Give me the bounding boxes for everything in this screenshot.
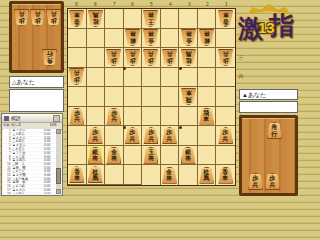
square-6-四[interactable]: [124, 68, 143, 88]
square-1-四[interactable]: [216, 68, 235, 88]
file-coordinates: 987654321: [67, 0, 236, 8]
file-label-3: 3: [182, 1, 197, 7]
square-2-二[interactable]: 銀将: [198, 29, 217, 49]
square-9-三[interactable]: [68, 48, 87, 68]
square-5-八[interactable]: 玉将: [142, 146, 161, 166]
sente-player-label: ▲あなた: [239, 89, 298, 100]
kifu-scrollbar[interactable]: [56, 129, 61, 194]
square-3-四[interactable]: [179, 68, 198, 88]
square-9-九[interactable]: 香車: [68, 165, 87, 185]
square-7-六[interactable]: 歩兵: [105, 107, 124, 127]
file-label-8: 8: [88, 1, 103, 7]
gote-hand-piece-歩[interactable]: 歩兵: [14, 9, 29, 26]
gote-hand-slot-1: 歩兵: [14, 9, 29, 26]
sente-hand-piece-角[interactable]: 角行: [267, 122, 282, 139]
square-5-七[interactable]: 歩兵: [142, 126, 161, 146]
piece-銀-2-2[interactable]: 銀将: [199, 29, 214, 46]
kifu-cell-km-18: △９四歩: [12, 193, 44, 194]
square-4-八[interactable]: [161, 146, 180, 166]
square-3-九[interactable]: [179, 165, 198, 185]
piece-銀-8-8[interactable]: 銀将: [88, 147, 103, 164]
kifu-row-18[interactable]: 18△９四歩0:00: [3, 193, 56, 194]
piece-飛-2-6[interactable]: 飛車: [199, 108, 214, 125]
square-8-五[interactable]: [87, 87, 106, 107]
hoshi-point-3: [123, 126, 126, 129]
piece-桂-3-3[interactable]: 桂馬: [181, 49, 196, 66]
piece-飛-3-5[interactable]: 飛車: [181, 88, 196, 105]
sente-hand-slot-1: 角行: [267, 122, 282, 139]
shogi-board-frame: 香車桂馬王将香車銀将金将金将銀将歩兵歩兵歩兵歩兵桂馬歩兵歩兵飛車歩兵歩兵飛車歩兵…: [67, 8, 236, 186]
piece-歩-6-3[interactable]: 歩兵: [125, 49, 140, 66]
square-5-二[interactable]: 金将: [142, 29, 161, 49]
piece-王-5-1[interactable]: 王将: [143, 10, 158, 27]
square-5-五[interactable]: [142, 87, 161, 107]
piece-桂-8-1[interactable]: 桂馬: [88, 10, 103, 27]
scrollbar-down-arrow[interactable]: [56, 189, 61, 194]
square-4-六[interactable]: [161, 107, 180, 127]
scrollbar-thumb[interactable]: [56, 168, 61, 184]
square-8-八[interactable]: 銀将: [87, 146, 106, 166]
square-2-八[interactable]: [198, 146, 217, 166]
square-2-四[interactable]: [198, 68, 217, 88]
sente-info-box: [239, 101, 298, 113]
square-3-五[interactable]: 飛車: [179, 87, 198, 107]
square-4-一[interactable]: [161, 9, 180, 29]
rank-label-四: 四: [238, 69, 244, 85]
piece-歩-7-3[interactable]: 歩兵: [106, 49, 121, 66]
square-7-四[interactable]: [105, 68, 124, 88]
square-4-三[interactable]: 歩兵: [161, 48, 180, 68]
square-2-七[interactable]: [198, 126, 217, 146]
square-9-四[interactable]: 歩兵: [68, 68, 87, 88]
square-3-七[interactable]: [179, 126, 198, 146]
square-7-三[interactable]: 歩兵: [105, 48, 124, 68]
square-4-二[interactable]: [161, 29, 180, 49]
kifu-cell-kn-8: 8: [3, 155, 12, 158]
square-6-七[interactable]: 歩兵: [124, 126, 143, 146]
square-8-一[interactable]: 桂馬: [87, 9, 106, 29]
gote-info-box: [9, 89, 64, 112]
square-6-八[interactable]: [124, 146, 143, 166]
piece-金-5-2[interactable]: 金将: [143, 29, 158, 46]
square-2-六[interactable]: 飛車: [198, 107, 217, 127]
gote-hand-slot-2: 歩兵: [30, 9, 45, 26]
piece-歩-9-6[interactable]: 歩兵: [69, 108, 84, 125]
square-6-一[interactable]: [124, 9, 143, 29]
square-7-七[interactable]: [105, 126, 124, 146]
square-5-四[interactable]: [142, 68, 161, 88]
square-9-六[interactable]: 歩兵: [68, 107, 87, 127]
square-1-九[interactable]: 香車: [216, 165, 235, 185]
piece-金-3-2[interactable]: 金将: [181, 29, 196, 46]
file-label-1: 1: [219, 1, 234, 7]
kifu-window-icon: [4, 116, 9, 121]
kifu-cell-kn-1: 1: [3, 129, 12, 132]
logo-version-number: 13: [258, 19, 275, 36]
file-label-6: 6: [125, 1, 140, 7]
kifu-col-time: 時間: [50, 123, 62, 128]
square-8-六[interactable]: [87, 107, 106, 127]
square-2-一[interactable]: [198, 9, 217, 29]
gote-hand-piece-歩[interactable]: 歩兵: [30, 9, 45, 26]
piece-歩-4-3[interactable]: 歩兵: [162, 49, 177, 66]
square-6-三[interactable]: 歩兵: [124, 48, 143, 68]
square-5-三[interactable]: 歩兵: [142, 48, 161, 68]
kifu-cell-kn-6: 6: [3, 148, 12, 151]
scrollbar-up-arrow[interactable]: [56, 129, 61, 134]
piece-歩-6-7[interactable]: 歩兵: [125, 127, 140, 144]
kifu-cell-kn-4: 4: [3, 140, 12, 143]
kifu-cell-kn-7: 7: [3, 151, 12, 154]
piece-歩-4-7[interactable]: 歩兵: [162, 127, 177, 144]
square-9-二[interactable]: [68, 29, 87, 49]
square-3-六[interactable]: [179, 107, 198, 127]
piece-銀-3-8[interactable]: 銀将: [181, 147, 196, 164]
file-label-4: 4: [163, 1, 178, 7]
square-9-一[interactable]: 香車: [68, 9, 87, 29]
square-4-四[interactable]: [161, 68, 180, 88]
kifu-col-number: 手数: [2, 123, 11, 128]
square-1-五[interactable]: [216, 87, 235, 107]
square-7-五[interactable]: [105, 87, 124, 107]
gote-hand-slot-4: 角行: [42, 49, 57, 66]
gote-player-label: △あなた: [9, 76, 64, 88]
sente-hand-slot-3: 歩兵: [265, 173, 280, 190]
square-5-一[interactable]: 王将: [142, 9, 161, 29]
square-3-一[interactable]: [179, 9, 198, 29]
square-1-八[interactable]: [216, 146, 235, 166]
square-2-五[interactable]: [198, 87, 217, 107]
piece-香-1-1[interactable]: 香車: [218, 10, 233, 27]
square-2-九[interactable]: 桂馬: [198, 165, 217, 185]
square-8-九[interactable]: 桂馬: [87, 165, 106, 185]
square-6-六[interactable]: [124, 107, 143, 127]
square-8-二[interactable]: [87, 29, 106, 49]
kifu-cell-kn-3: 3: [3, 136, 12, 139]
kifu-window-button[interactable]: [53, 115, 60, 122]
square-3-三[interactable]: 桂馬: [179, 48, 198, 68]
kifu-cell-kn-2: 2: [3, 133, 12, 136]
gote-hand-piece-角[interactable]: 角行: [42, 49, 57, 66]
piece-歩-9-4[interactable]: 歩兵: [69, 68, 84, 85]
square-1-一[interactable]: 香車: [216, 9, 235, 29]
square-9-八[interactable]: [68, 146, 87, 166]
square-4-七[interactable]: 歩兵: [161, 126, 180, 146]
piece-桂-8-9[interactable]: 桂馬: [88, 166, 103, 183]
square-6-二[interactable]: 銀将: [124, 29, 143, 49]
hoshi-point-1: [123, 67, 126, 70]
kifu-titlebar[interactable]: 棋譜: [2, 114, 62, 123]
sente-piece-stand: 角行歩兵歩兵: [239, 115, 298, 196]
piece-歩-1-3[interactable]: 歩兵: [218, 49, 233, 66]
piece-歩-7-6[interactable]: 歩兵: [106, 108, 121, 125]
square-8-四[interactable]: [87, 68, 106, 88]
square-2-三[interactable]: [198, 48, 217, 68]
square-8-七[interactable]: 歩兵: [87, 126, 106, 146]
piece-香-1-9[interactable]: 香車: [218, 167, 233, 184]
square-1-三[interactable]: 歩兵: [216, 48, 235, 68]
square-1-二[interactable]: [216, 29, 235, 49]
square-7-一[interactable]: [105, 9, 124, 29]
file-label-5: 5: [144, 1, 159, 7]
piece-歩-5-3[interactable]: 歩兵: [143, 49, 158, 66]
kifu-move-list[interactable]: 1▲７六歩0:002△３四歩0:003▲２六歩0:004△８四歩0:005▲２五…: [3, 129, 56, 194]
square-4-九[interactable]: 金将: [161, 165, 180, 185]
square-3-八[interactable]: 銀将: [179, 146, 198, 166]
kifu-cell-kn-5: 5: [3, 144, 12, 147]
piece-玉-5-8[interactable]: 玉将: [143, 147, 158, 164]
square-7-八[interactable]: 金将: [105, 146, 124, 166]
file-label-2: 2: [200, 1, 215, 7]
square-5-六[interactable]: [142, 107, 161, 127]
piece-金-7-8[interactable]: 金将: [106, 147, 121, 164]
gote-hand-slot-3: 歩兵: [46, 9, 61, 26]
square-3-二[interactable]: 金将: [179, 29, 198, 49]
square-7-二[interactable]: [105, 29, 124, 49]
piece-香-9-1[interactable]: 香車: [69, 10, 84, 27]
piece-桂-2-9[interactable]: 桂馬: [199, 167, 214, 184]
kifu-cell-kn-18: 18: [3, 193, 12, 194]
gekisashi-logo: 激 指 13: [238, 2, 300, 54]
shogi-board[interactable]: 香車桂馬王将香車銀将金将金将銀将歩兵歩兵歩兵歩兵桂馬歩兵歩兵飛車歩兵歩兵飛車歩兵…: [68, 9, 235, 185]
square-8-三[interactable]: [87, 48, 106, 68]
kifu-cell-kt-18: 0:00: [44, 193, 56, 194]
sente-hand-piece-歩[interactable]: 歩兵: [248, 173, 263, 190]
square-6-九[interactable]: [124, 165, 143, 185]
kifu-col-move: 指し手: [11, 123, 50, 128]
hoshi-point-2: [179, 67, 182, 70]
kifu-window: 棋譜 手数 指し手 時間 1▲７六歩0:002△３四歩0:003▲２六歩0:00…: [1, 113, 63, 196]
square-6-五[interactable]: [124, 87, 143, 107]
file-label-7: 7: [106, 1, 121, 7]
gote-piece-stand: 歩兵歩兵歩兵角行: [9, 1, 64, 73]
kifu-window-title: 棋譜: [11, 114, 45, 121]
sente-hand-piece-歩[interactable]: 歩兵: [265, 173, 280, 190]
sente-hand-slot-2: 歩兵: [248, 173, 263, 190]
file-label-9: 9: [69, 1, 84, 7]
square-1-六[interactable]: [216, 107, 235, 127]
square-7-九[interactable]: [105, 165, 124, 185]
piece-歩-1-7[interactable]: 歩兵: [218, 127, 233, 144]
square-5-九[interactable]: [142, 165, 161, 185]
gote-hand-piece-歩[interactable]: 歩兵: [46, 9, 61, 26]
square-9-五[interactable]: [68, 87, 87, 107]
piece-歩-8-7[interactable]: 歩兵: [88, 127, 103, 144]
piece-歩-5-7[interactable]: 歩兵: [143, 127, 158, 144]
piece-金-4-9[interactable]: 金将: [162, 167, 177, 184]
square-9-七[interactable]: [68, 126, 87, 146]
piece-香-9-9[interactable]: 香車: [69, 166, 84, 183]
square-1-七[interactable]: 歩兵: [216, 126, 235, 146]
square-4-五[interactable]: [161, 87, 180, 107]
piece-銀-6-2[interactable]: 銀将: [125, 29, 140, 46]
